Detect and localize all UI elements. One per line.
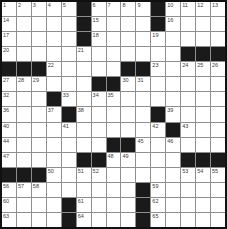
cell-r9c5[interactable]: 41 (62, 123, 76, 137)
cell-r5c8[interactable] (107, 62, 121, 76)
black-cell-r3c6 (77, 32, 91, 46)
crossword-grid: 1234567891011121314151617181920212223242… (0, 0, 227, 229)
cell-r1c1[interactable]: 1 (2, 2, 16, 16)
cell-r11c9[interactable]: 49 (121, 153, 135, 167)
cell-r10c2[interactable] (17, 138, 31, 152)
clue-number-38: 38 (78, 107, 84, 113)
clue-number-44: 44 (3, 138, 9, 144)
cell-r14c11[interactable]: 62 (151, 198, 165, 212)
black-cell-r12c2 (17, 168, 31, 182)
black-cell-r14c5 (62, 198, 76, 212)
cell-r10c3[interactable] (32, 138, 46, 152)
cell-r14c13[interactable] (181, 198, 195, 212)
cell-r5c12[interactable] (166, 62, 180, 76)
clue-number-51: 51 (78, 168, 84, 174)
clue-number-32: 32 (3, 92, 9, 98)
cell-r7c6[interactable] (77, 92, 91, 106)
cell-r14c3[interactable] (32, 198, 46, 212)
black-cell-r1c11 (151, 2, 165, 16)
cell-r8c12[interactable]: 39 (166, 107, 180, 121)
clue-number-16: 16 (167, 17, 173, 23)
cell-r14c9[interactable] (121, 198, 135, 212)
black-cell-r2c11 (151, 17, 165, 31)
cell-r13c14[interactable] (196, 183, 210, 197)
cell-r12c7[interactable]: 52 (92, 168, 106, 182)
cell-r6c10[interactable]: 31 (136, 77, 150, 91)
black-cell-r8c11 (151, 107, 165, 121)
cell-r13c8[interactable] (107, 183, 121, 197)
cell-r4c10[interactable] (136, 47, 150, 61)
cell-r15c2[interactable] (17, 213, 31, 227)
black-cell-r11c6 (77, 153, 91, 167)
clue-number-4: 4 (48, 2, 51, 8)
cell-r3c2[interactable] (17, 32, 31, 46)
black-cell-r8c5 (62, 107, 76, 121)
cell-r1c15[interactable]: 13 (211, 2, 225, 16)
cell-r14c12[interactable] (166, 198, 180, 212)
cell-r4c9[interactable] (121, 47, 135, 61)
cell-r3c9[interactable] (121, 32, 135, 46)
clue-number-36: 36 (3, 107, 9, 113)
cell-r15c4[interactable] (47, 213, 61, 227)
black-cell-r12c1 (2, 168, 16, 182)
cell-r4c11[interactable] (151, 47, 165, 61)
clue-number-21: 21 (78, 47, 84, 53)
cell-r5c4[interactable]: 22 (47, 62, 61, 76)
cell-r7c1[interactable]: 32 (2, 92, 16, 106)
cell-r14c7[interactable] (92, 198, 106, 212)
cell-r6c11[interactable] (151, 77, 165, 91)
cell-r10c11[interactable] (151, 138, 165, 152)
cell-r2c7[interactable]: 15 (92, 17, 106, 31)
black-cell-r15c10 (136, 213, 150, 227)
cell-r6c14[interactable] (196, 77, 210, 91)
clue-number-3: 3 (33, 2, 36, 8)
cell-r6c12[interactable] (166, 77, 180, 91)
cell-r9c10[interactable] (136, 123, 150, 137)
cell-r1c10[interactable]: 9 (136, 2, 150, 16)
clue-number-60: 60 (3, 198, 9, 204)
black-cell-r11c13 (181, 153, 195, 167)
black-cell-r11c15 (211, 153, 225, 167)
cell-r7c8[interactable]: 35 (107, 92, 121, 106)
black-cell-r4c15 (211, 47, 225, 61)
cell-r7c14[interactable] (196, 92, 210, 106)
cell-r10c10[interactable]: 45 (136, 138, 150, 152)
cell-r15c7[interactable] (92, 213, 106, 227)
clue-number-27: 27 (3, 77, 9, 83)
clue-number-31: 31 (137, 77, 143, 83)
cell-r6c1[interactable]: 27 (2, 77, 16, 91)
black-cell-r15c5 (62, 213, 76, 227)
clue-number-56: 56 (3, 183, 9, 189)
cell-r10c1[interactable]: 44 (2, 138, 16, 152)
cell-r3c14[interactable] (196, 32, 210, 46)
cell-r10c14[interactable] (196, 138, 210, 152)
cell-r2c9[interactable] (121, 17, 135, 31)
cell-r10c6[interactable] (77, 138, 91, 152)
cell-r2c13[interactable] (181, 17, 195, 31)
cell-r4c1[interactable]: 20 (2, 47, 16, 61)
clue-number-39: 39 (167, 107, 173, 113)
cell-r8c10[interactable] (136, 107, 150, 121)
clue-number-64: 64 (78, 213, 84, 219)
clue-number-58: 58 (33, 183, 39, 189)
clue-number-8: 8 (122, 2, 125, 8)
cell-r9c8[interactable] (107, 123, 121, 137)
cell-r13c2[interactable]: 57 (17, 183, 31, 197)
clue-number-40: 40 (3, 123, 9, 129)
cell-r10c4[interactable] (47, 138, 61, 152)
cell-r8c13[interactable] (181, 107, 195, 121)
cell-r7c7[interactable]: 34 (92, 92, 106, 106)
cell-r15c9[interactable] (121, 213, 135, 227)
clue-number-42: 42 (152, 123, 158, 129)
cell-r14c2[interactable] (17, 198, 31, 212)
cell-r6c2[interactable]: 28 (17, 77, 31, 91)
cell-r10c7[interactable] (92, 138, 106, 152)
cell-r9c2[interactable] (17, 123, 31, 137)
black-cell-r5c2 (17, 62, 31, 76)
cell-r13c12[interactable] (166, 183, 180, 197)
cell-r12c4[interactable]: 50 (47, 168, 61, 182)
clue-number-13: 13 (212, 2, 218, 8)
cell-r8c6[interactable]: 38 (77, 107, 91, 121)
cell-r3c13[interactable] (181, 32, 195, 46)
cell-r4c5[interactable] (62, 47, 76, 61)
clue-number-20: 20 (3, 47, 9, 53)
clue-number-15: 15 (93, 17, 99, 23)
cell-r4c4[interactable] (47, 47, 61, 61)
clue-number-35: 35 (108, 92, 114, 98)
cell-r11c4[interactable] (47, 153, 61, 167)
cell-r12c13[interactable]: 53 (181, 168, 195, 182)
black-cell-r12c3 (32, 168, 46, 182)
cell-r6c15[interactable] (211, 77, 225, 91)
cell-r13c5[interactable] (62, 183, 76, 197)
cell-r13c1[interactable]: 56 (2, 183, 16, 197)
clue-number-46: 46 (167, 138, 173, 144)
cell-r7c10[interactable] (136, 92, 150, 106)
black-cell-r6c7 (92, 77, 106, 91)
cell-r11c1[interactable]: 47 (2, 153, 16, 167)
cell-r1c13[interactable]: 11 (181, 2, 195, 16)
clue-number-5: 5 (63, 2, 66, 8)
cell-r3c10[interactable] (136, 32, 150, 46)
black-cell-r14c10 (136, 198, 150, 212)
cell-r2c10[interactable] (136, 17, 150, 31)
cell-r8c3[interactable] (32, 107, 46, 121)
cell-r9c13[interactable]: 43 (181, 123, 195, 137)
cell-r11c3[interactable] (32, 153, 46, 167)
clue-number-43: 43 (182, 123, 188, 129)
cell-r3c5[interactable] (62, 32, 76, 46)
cell-r4c2[interactable] (17, 47, 31, 61)
cell-r3c11[interactable]: 19 (151, 32, 165, 46)
cell-r14c6[interactable]: 61 (77, 198, 91, 212)
cell-r12c5[interactable] (62, 168, 76, 182)
cell-r2c8[interactable] (107, 17, 121, 31)
cell-r11c8[interactable]: 48 (107, 153, 121, 167)
cell-r15c11[interactable]: 65 (151, 213, 165, 227)
cell-r7c13[interactable] (181, 92, 195, 106)
cell-r14c15[interactable] (211, 198, 225, 212)
cell-r2c5[interactable] (62, 17, 76, 31)
black-cell-r4c14 (196, 47, 210, 61)
cell-r8c1[interactable]: 36 (2, 107, 16, 121)
cell-r5c14[interactable]: 25 (196, 62, 210, 76)
clue-number-19: 19 (152, 32, 158, 38)
cell-r5c15[interactable]: 26 (211, 62, 225, 76)
cell-r15c15[interactable] (211, 213, 225, 227)
cell-r9c9[interactable] (121, 123, 135, 137)
cell-r4c8[interactable] (107, 47, 121, 61)
cell-r5c13[interactable]: 24 (181, 62, 195, 76)
clue-number-47: 47 (3, 153, 9, 159)
cell-r5c11[interactable]: 23 (151, 62, 165, 76)
cell-r9c4[interactable] (47, 123, 61, 137)
cell-r1c5[interactable]: 5 (62, 2, 76, 16)
cell-r3c8[interactable] (107, 32, 121, 46)
cell-r14c4[interactable] (47, 198, 61, 212)
clue-number-30: 30 (122, 77, 128, 83)
cell-r2c1[interactable]: 14 (2, 17, 16, 31)
cell-r9c11[interactable]: 42 (151, 123, 165, 137)
cell-r14c8[interactable] (107, 198, 121, 212)
clue-number-55: 55 (212, 168, 218, 174)
clue-number-26: 26 (212, 62, 218, 68)
cell-r6c6[interactable] (77, 77, 91, 91)
clue-number-6: 6 (93, 2, 96, 8)
clue-number-9: 9 (137, 2, 140, 8)
cell-r8c8[interactable] (107, 107, 121, 121)
clue-number-49: 49 (122, 153, 128, 159)
cell-r8c2[interactable] (17, 107, 31, 121)
cell-r15c6[interactable]: 64 (77, 213, 91, 227)
cell-r7c3[interactable] (32, 92, 46, 106)
cell-r13c4[interactable] (47, 183, 61, 197)
clue-number-28: 28 (18, 77, 24, 83)
cell-r3c15[interactable] (211, 32, 225, 46)
black-cell-r5c10 (136, 62, 150, 76)
clue-number-18: 18 (93, 32, 99, 38)
black-cell-r9c12 (166, 123, 180, 137)
clue-number-17: 17 (3, 32, 9, 38)
cell-r11c2[interactable] (17, 153, 31, 167)
cell-r7c9[interactable] (121, 92, 135, 106)
clue-number-63: 63 (3, 213, 9, 219)
cell-r8c9[interactable] (121, 107, 135, 121)
clue-number-59: 59 (152, 183, 158, 189)
clue-number-11: 11 (182, 2, 188, 8)
clue-number-54: 54 (197, 168, 203, 174)
cell-r7c5[interactable]: 33 (62, 92, 76, 106)
cell-r6c13[interactable] (181, 77, 195, 91)
cell-r7c11[interactable] (151, 92, 165, 106)
cell-r2c2[interactable] (17, 17, 31, 31)
cell-r6c9[interactable]: 30 (121, 77, 135, 91)
cell-r3c3[interactable] (32, 32, 46, 46)
cell-r13c11[interactable]: 59 (151, 183, 165, 197)
clue-number-25: 25 (197, 62, 203, 68)
cell-r13c6[interactable] (77, 183, 91, 197)
clue-number-33: 33 (63, 92, 69, 98)
clue-number-48: 48 (108, 153, 114, 159)
clue-number-41: 41 (63, 123, 69, 129)
cell-r3c4[interactable] (47, 32, 61, 46)
cell-r5c6[interactable] (77, 62, 91, 76)
cell-r15c8[interactable] (107, 213, 121, 227)
clue-number-34: 34 (93, 92, 99, 98)
clue-number-65: 65 (152, 213, 158, 219)
cell-r10c13[interactable] (181, 138, 195, 152)
clue-number-23: 23 (152, 62, 158, 68)
black-cell-r5c9 (121, 62, 135, 76)
black-cell-r7c4 (47, 92, 61, 106)
cell-r9c1[interactable]: 40 (2, 123, 16, 137)
cell-r1c2[interactable]: 2 (17, 2, 31, 16)
cell-r12c14[interactable]: 54 (196, 168, 210, 182)
cell-r5c7[interactable] (92, 62, 106, 76)
cell-r7c12[interactable] (166, 92, 180, 106)
clue-number-1: 1 (3, 2, 6, 8)
clue-number-45: 45 (137, 138, 143, 144)
cell-r1c4[interactable]: 4 (47, 2, 61, 16)
cell-r12c11[interactable] (151, 168, 165, 182)
black-cell-r10c8 (107, 138, 121, 152)
cell-r2c14[interactable] (196, 17, 210, 31)
cell-r11c5[interactable] (62, 153, 76, 167)
cell-r8c14[interactable] (196, 107, 210, 121)
cell-r14c14[interactable] (196, 198, 210, 212)
cell-r11c12[interactable] (166, 153, 180, 167)
clue-number-22: 22 (48, 62, 54, 68)
black-cell-r5c1 (2, 62, 16, 76)
cell-r11c11[interactable] (151, 153, 165, 167)
cell-r12c10[interactable] (136, 168, 150, 182)
clue-number-14: 14 (3, 17, 9, 23)
cell-r10c15[interactable] (211, 138, 225, 152)
black-cell-r4c13 (181, 47, 195, 61)
clue-number-53: 53 (182, 168, 188, 174)
cell-r2c12[interactable]: 16 (166, 17, 180, 31)
cell-r12c9[interactable] (121, 168, 135, 182)
cell-r8c4[interactable]: 37 (47, 107, 61, 121)
cell-r12c8[interactable] (107, 168, 121, 182)
cell-r10c12[interactable]: 46 (166, 138, 180, 152)
clue-number-57: 57 (18, 183, 24, 189)
black-cell-r10c9 (121, 138, 135, 152)
cell-r15c3[interactable] (32, 213, 46, 227)
cell-r10c5[interactable] (62, 138, 76, 152)
cell-r2c3[interactable] (32, 17, 46, 31)
cell-r9c3[interactable] (32, 123, 46, 137)
cell-r1c12[interactable]: 10 (166, 2, 180, 16)
cell-r13c13[interactable] (181, 183, 195, 197)
cell-r5c5[interactable] (62, 62, 76, 76)
cell-r1c7[interactable]: 6 (92, 2, 106, 16)
clue-number-62: 62 (152, 198, 158, 204)
cell-r13c15[interactable] (211, 183, 225, 197)
cell-r6c4[interactable] (47, 77, 61, 91)
cell-r1c9[interactable]: 8 (121, 2, 135, 16)
cell-r3c1[interactable]: 17 (2, 32, 16, 46)
black-cell-r1c6 (77, 2, 91, 16)
clue-number-10: 10 (167, 2, 173, 8)
black-cell-r11c14 (196, 153, 210, 167)
clue-number-29: 29 (33, 77, 39, 83)
black-cell-r13c10 (136, 183, 150, 197)
cell-r7c15[interactable] (211, 92, 225, 106)
clue-number-12: 12 (197, 2, 203, 8)
cell-r3c12[interactable] (166, 32, 180, 46)
cell-r1c3[interactable]: 3 (32, 2, 46, 16)
cell-r9c6[interactable] (77, 123, 91, 137)
cell-r9c7[interactable] (92, 123, 106, 137)
cell-r15c1[interactable]: 63 (2, 213, 16, 227)
cell-r13c3[interactable]: 58 (32, 183, 46, 197)
cell-r11c10[interactable] (136, 153, 150, 167)
cell-r12c6[interactable]: 51 (77, 168, 91, 182)
clue-number-37: 37 (48, 107, 54, 113)
cell-r9c15[interactable] (211, 123, 225, 137)
cell-r8c15[interactable] (211, 107, 225, 121)
cell-r4c3[interactable] (32, 47, 46, 61)
cell-r8c7[interactable] (92, 107, 106, 121)
cell-r4c7[interactable] (92, 47, 106, 61)
clue-number-24: 24 (182, 62, 188, 68)
clue-number-61: 61 (78, 198, 84, 204)
cell-r13c9[interactable] (121, 183, 135, 197)
cell-r12c12[interactable] (166, 168, 180, 182)
cell-r6c3[interactable]: 29 (32, 77, 46, 91)
cell-r14c1[interactable]: 60 (2, 198, 16, 212)
cell-r13c7[interactable] (92, 183, 106, 197)
cell-r4c6[interactable]: 21 (77, 47, 91, 61)
black-cell-r11c7 (92, 153, 106, 167)
cell-r4c12[interactable] (166, 47, 180, 61)
cell-r2c4[interactable] (47, 17, 61, 31)
cell-r3c7[interactable]: 18 (92, 32, 106, 46)
cell-r6c5[interactable] (62, 77, 76, 91)
black-cell-r6c8 (107, 77, 121, 91)
cell-r1c14[interactable]: 12 (196, 2, 210, 16)
cell-r15c12[interactable] (166, 213, 180, 227)
clue-number-52: 52 (93, 168, 99, 174)
cell-r9c14[interactable] (196, 123, 210, 137)
cell-r12c15[interactable]: 55 (211, 168, 225, 182)
black-cell-r5c3 (32, 62, 46, 76)
clue-number-50: 50 (48, 168, 54, 174)
clue-number-2: 2 (18, 2, 21, 8)
cell-r1c8[interactable]: 7 (107, 2, 121, 16)
cell-r7c2[interactable] (17, 92, 31, 106)
black-cell-r2c6 (77, 17, 91, 31)
cell-r2c15[interactable] (211, 17, 225, 31)
cell-r15c14[interactable] (196, 213, 210, 227)
clue-number-7: 7 (108, 2, 111, 8)
cell-r15c13[interactable] (181, 213, 195, 227)
